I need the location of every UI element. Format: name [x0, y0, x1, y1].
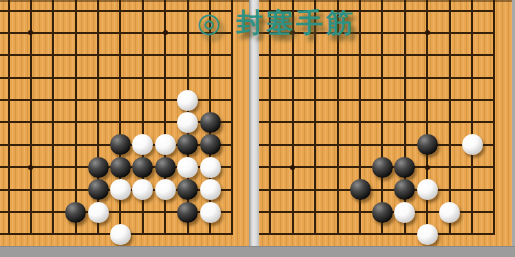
- intersection[interactable]: [326, 89, 348, 111]
- intersection[interactable]: [438, 156, 460, 178]
- intersection[interactable]: [259, 89, 281, 111]
- intersection[interactable]: [87, 44, 109, 66]
- intersection[interactable]: [349, 201, 371, 223]
- intersection[interactable]: [259, 44, 281, 66]
- grid-line-v: [30, 223, 32, 235]
- intersection[interactable]: [304, 111, 326, 133]
- intersection[interactable]: [483, 156, 505, 178]
- grid-line-v: [381, 111, 383, 133]
- intersection[interactable]: [132, 134, 154, 156]
- intersection[interactable]: [64, 0, 86, 22]
- intersection[interactable]: [416, 201, 438, 223]
- intersection[interactable]: [199, 134, 221, 156]
- intersection[interactable]: [0, 156, 20, 178]
- white-stone[interactable]: [200, 202, 221, 223]
- intersection[interactable]: [87, 89, 109, 111]
- intersection[interactable]: [438, 201, 460, 223]
- intersection[interactable]: [199, 66, 221, 88]
- intersection[interactable]: [438, 134, 460, 156]
- intersection[interactable]: [259, 201, 281, 223]
- intersection[interactable]: [109, 178, 131, 200]
- black-stone[interactable]: [155, 157, 176, 178]
- intersection[interactable]: [438, 22, 460, 44]
- intersection[interactable]: [349, 178, 371, 200]
- black-stone[interactable]: [350, 179, 371, 200]
- intersection[interactable]: [109, 156, 131, 178]
- intersection[interactable]: [109, 22, 131, 44]
- intersection[interactable]: [132, 44, 154, 66]
- black-stone[interactable]: [110, 134, 131, 155]
- intersection[interactable]: [282, 201, 304, 223]
- black-stone[interactable]: [88, 179, 109, 200]
- grid-line-v: [209, 223, 211, 235]
- black-stone[interactable]: [88, 157, 109, 178]
- intersection[interactable]: [371, 156, 393, 178]
- intersection[interactable]: [371, 0, 393, 22]
- intersection[interactable]: [42, 66, 64, 88]
- intersection[interactable]: [20, 66, 42, 88]
- intersection[interactable]: [20, 134, 42, 156]
- intersection[interactable]: [42, 178, 64, 200]
- intersection[interactable]: [154, 178, 176, 200]
- intersection[interactable]: [109, 134, 131, 156]
- intersection[interactable]: [176, 0, 198, 22]
- intersection[interactable]: [438, 44, 460, 66]
- intersection[interactable]: [483, 0, 505, 22]
- white-stone[interactable]: [155, 134, 176, 155]
- grid-line-v: [337, 66, 339, 88]
- intersection[interactable]: [483, 66, 505, 88]
- intersection[interactable]: [221, 178, 243, 200]
- intersection[interactable]: [282, 156, 304, 178]
- intersection[interactable]: [416, 22, 438, 44]
- intersection[interactable]: [64, 223, 86, 245]
- intersection[interactable]: [154, 111, 176, 133]
- intersection[interactable]: [109, 201, 131, 223]
- intersection[interactable]: [87, 156, 109, 178]
- intersection[interactable]: [326, 223, 348, 245]
- intersection[interactable]: [349, 156, 371, 178]
- intersection[interactable]: [483, 223, 505, 245]
- intersection[interactable]: [304, 223, 326, 245]
- intersection[interactable]: [483, 44, 505, 66]
- intersection[interactable]: [132, 178, 154, 200]
- intersection[interactable]: [154, 44, 176, 66]
- intersection[interactable]: [438, 66, 460, 88]
- intersection[interactable]: [304, 89, 326, 111]
- intersection[interactable]: [282, 44, 304, 66]
- intersection[interactable]: [87, 111, 109, 133]
- intersection[interactable]: [461, 66, 483, 88]
- intersection[interactable]: [259, 111, 281, 133]
- grid-line-v: [187, 44, 189, 66]
- intersection[interactable]: [371, 44, 393, 66]
- intersection[interactable]: [176, 134, 198, 156]
- intersection[interactable]: [42, 0, 64, 22]
- intersection[interactable]: [483, 89, 505, 111]
- intersection[interactable]: [0, 66, 20, 88]
- intersection[interactable]: [64, 134, 86, 156]
- intersection[interactable]: [221, 89, 243, 111]
- intersection[interactable]: [326, 66, 348, 88]
- intersection[interactable]: [394, 156, 416, 178]
- intersection[interactable]: [0, 134, 20, 156]
- intersection[interactable]: [483, 111, 505, 133]
- grid-line-v: [493, 223, 495, 235]
- grid-line-v: [75, 156, 77, 178]
- intersection[interactable]: [20, 44, 42, 66]
- intersection[interactable]: [87, 223, 109, 245]
- intersection[interactable]: [132, 111, 154, 133]
- black-stone[interactable]: [372, 157, 393, 178]
- intersection[interactable]: [438, 0, 460, 22]
- intersection[interactable]: [87, 201, 109, 223]
- intersection[interactable]: [154, 0, 176, 22]
- intersection[interactable]: [394, 44, 416, 66]
- intersection[interactable]: [282, 178, 304, 200]
- intersection[interactable]: [438, 89, 460, 111]
- intersection[interactable]: [42, 44, 64, 66]
- intersection[interactable]: [461, 89, 483, 111]
- intersection[interactable]: [132, 89, 154, 111]
- intersection[interactable]: [304, 178, 326, 200]
- intersection[interactable]: [326, 134, 348, 156]
- intersection[interactable]: [176, 223, 198, 245]
- intersection[interactable]: [371, 178, 393, 200]
- intersection[interactable]: [371, 66, 393, 88]
- intersection[interactable]: [349, 111, 371, 133]
- intersection[interactable]: [42, 223, 64, 245]
- intersection[interactable]: [64, 44, 86, 66]
- intersection[interactable]: [394, 111, 416, 133]
- intersection[interactable]: [132, 156, 154, 178]
- intersection[interactable]: [0, 89, 20, 111]
- intersection[interactable]: [304, 134, 326, 156]
- intersection[interactable]: [87, 178, 109, 200]
- intersection[interactable]: [349, 223, 371, 245]
- intersection[interactable]: [416, 178, 438, 200]
- intersection[interactable]: [64, 156, 86, 178]
- intersection[interactable]: [461, 223, 483, 245]
- intersection[interactable]: [20, 0, 42, 22]
- intersection[interactable]: [0, 201, 20, 223]
- intersection[interactable]: [349, 89, 371, 111]
- intersection[interactable]: [326, 111, 348, 133]
- intersection[interactable]: [416, 223, 438, 245]
- intersection[interactable]: [282, 111, 304, 133]
- intersection[interactable]: [42, 89, 64, 111]
- intersection[interactable]: [42, 111, 64, 133]
- grid-line-v: [449, 89, 451, 111]
- black-stone[interactable]: [394, 157, 415, 178]
- intersection[interactable]: [87, 22, 109, 44]
- intersection[interactable]: [394, 66, 416, 88]
- black-stone[interactable]: [394, 179, 415, 200]
- intersection[interactable]: [483, 201, 505, 223]
- grid-line-h: [0, 54, 20, 56]
- black-stone[interactable]: [177, 179, 198, 200]
- intersection[interactable]: [0, 111, 20, 133]
- intersection[interactable]: [349, 44, 371, 66]
- white-stone[interactable]: [110, 179, 131, 200]
- intersection[interactable]: [461, 111, 483, 133]
- grid-line-v: [30, 134, 32, 156]
- intersection[interactable]: [20, 223, 42, 245]
- white-stone[interactable]: [177, 157, 198, 178]
- intersection[interactable]: [394, 134, 416, 156]
- intersection[interactable]: [394, 22, 416, 44]
- grid-line-h: [0, 144, 20, 146]
- intersection[interactable]: [394, 178, 416, 200]
- intersection[interactable]: [154, 89, 176, 111]
- black-stone[interactable]: [65, 202, 86, 223]
- black-stone[interactable]: [372, 202, 393, 223]
- intersection[interactable]: [20, 156, 42, 178]
- intersection[interactable]: [154, 223, 176, 245]
- intersection[interactable]: [176, 178, 198, 200]
- grid-line-v: [269, 66, 271, 88]
- intersection[interactable]: [20, 22, 42, 44]
- grid-line-v: [359, 89, 361, 111]
- white-stone[interactable]: [439, 202, 460, 223]
- intersection[interactable]: [87, 66, 109, 88]
- white-stone[interactable]: [200, 179, 221, 200]
- intersection[interactable]: [109, 111, 131, 133]
- intersection[interactable]: [132, 0, 154, 22]
- grid-line-v: [314, 178, 316, 200]
- intersection[interactable]: [259, 178, 281, 200]
- intersection[interactable]: [199, 223, 221, 245]
- intersection[interactable]: [438, 111, 460, 133]
- white-stone[interactable]: [417, 224, 438, 245]
- intersection[interactable]: [483, 134, 505, 156]
- intersection[interactable]: [199, 201, 221, 223]
- intersection[interactable]: [154, 201, 176, 223]
- intersection[interactable]: [259, 156, 281, 178]
- intersection[interactable]: [176, 22, 198, 44]
- black-stone[interactable]: [132, 157, 153, 178]
- intersection[interactable]: [154, 156, 176, 178]
- intersection[interactable]: [199, 44, 221, 66]
- intersection[interactable]: [199, 89, 221, 111]
- star-point: [425, 30, 430, 35]
- intersection[interactable]: [132, 66, 154, 88]
- grid-line-v: [449, 0, 451, 22]
- intersection[interactable]: [20, 89, 42, 111]
- intersection[interactable]: [461, 44, 483, 66]
- intersection[interactable]: [326, 156, 348, 178]
- intersection[interactable]: [0, 178, 20, 200]
- intersection[interactable]: [42, 134, 64, 156]
- intersection[interactable]: [304, 156, 326, 178]
- intersection[interactable]: [282, 134, 304, 156]
- intersection[interactable]: [416, 89, 438, 111]
- intersection[interactable]: [221, 201, 243, 223]
- intersection[interactable]: [438, 223, 460, 245]
- intersection[interactable]: [221, 223, 243, 245]
- intersection[interactable]: [154, 134, 176, 156]
- intersection[interactable]: [154, 22, 176, 44]
- grid-line-h: [0, 166, 20, 168]
- intersection[interactable]: [176, 201, 198, 223]
- intersection[interactable]: [64, 89, 86, 111]
- intersection[interactable]: [371, 134, 393, 156]
- intersection[interactable]: [304, 66, 326, 88]
- white-stone[interactable]: [88, 202, 109, 223]
- intersection[interactable]: [349, 134, 371, 156]
- intersection[interactable]: [371, 223, 393, 245]
- intersection[interactable]: [461, 134, 483, 156]
- intersection[interactable]: [416, 134, 438, 156]
- intersection[interactable]: [461, 178, 483, 200]
- intersection[interactable]: [416, 0, 438, 22]
- intersection[interactable]: [64, 178, 86, 200]
- grid-line-v: [97, 0, 99, 22]
- grid-line-v: [164, 89, 166, 111]
- intersection[interactable]: [109, 223, 131, 245]
- grid-line-v: [52, 66, 54, 88]
- grid-line-v: [52, 22, 54, 44]
- intersection[interactable]: [176, 44, 198, 66]
- intersection[interactable]: [326, 178, 348, 200]
- intersection[interactable]: [394, 223, 416, 245]
- white-stone[interactable]: [155, 179, 176, 200]
- intersection[interactable]: [483, 22, 505, 44]
- screenshot-root: ◎ 封塞手筋: [0, 0, 515, 257]
- white-stone[interactable]: [132, 134, 153, 155]
- black-stone[interactable]: [417, 134, 438, 155]
- intersection[interactable]: [221, 111, 243, 133]
- intersection[interactable]: [304, 44, 326, 66]
- star-point: [28, 30, 33, 35]
- intersection[interactable]: [221, 156, 243, 178]
- intersection[interactable]: [259, 223, 281, 245]
- intersection[interactable]: [394, 89, 416, 111]
- grid-line-v: [471, 22, 473, 44]
- intersection[interactable]: [87, 134, 109, 156]
- intersection[interactable]: [416, 111, 438, 133]
- white-stone[interactable]: [417, 179, 438, 200]
- intersection[interactable]: [132, 201, 154, 223]
- black-stone[interactable]: [110, 157, 131, 178]
- intersection[interactable]: [132, 22, 154, 44]
- intersection[interactable]: [0, 223, 20, 245]
- intersection[interactable]: [371, 111, 393, 133]
- intersection[interactable]: [282, 66, 304, 88]
- intersection[interactable]: [20, 201, 42, 223]
- intersection[interactable]: [109, 44, 131, 66]
- intersection[interactable]: [416, 44, 438, 66]
- intersection[interactable]: [394, 201, 416, 223]
- intersection[interactable]: [199, 178, 221, 200]
- intersection[interactable]: [326, 44, 348, 66]
- white-stone[interactable]: [110, 224, 131, 245]
- intersection[interactable]: [483, 178, 505, 200]
- intersection[interactable]: [64, 66, 86, 88]
- intersection[interactable]: [109, 0, 131, 22]
- grid-line-v: [8, 66, 10, 88]
- intersection[interactable]: [416, 66, 438, 88]
- intersection[interactable]: [438, 178, 460, 200]
- intersection[interactable]: [221, 44, 243, 66]
- intersection[interactable]: [0, 22, 20, 44]
- grid-line-v: [381, 0, 383, 22]
- intersection[interactable]: [371, 89, 393, 111]
- intersection[interactable]: [416, 156, 438, 178]
- intersection[interactable]: [176, 156, 198, 178]
- black-stone[interactable]: [200, 134, 221, 155]
- intersection[interactable]: [132, 223, 154, 245]
- grid-line-v: [187, 0, 189, 22]
- intersection[interactable]: [259, 66, 281, 88]
- intersection[interactable]: [461, 22, 483, 44]
- intersection[interactable]: [326, 201, 348, 223]
- white-stone[interactable]: [394, 202, 415, 223]
- grid-line-v: [97, 111, 99, 133]
- intersection[interactable]: [87, 0, 109, 22]
- intersection[interactable]: [221, 66, 243, 88]
- black-stone[interactable]: [177, 202, 198, 223]
- intersection[interactable]: [304, 201, 326, 223]
- intersection[interactable]: [0, 0, 20, 22]
- intersection[interactable]: [64, 201, 86, 223]
- intersection[interactable]: [259, 134, 281, 156]
- grid-line-v: [231, 201, 233, 223]
- black-stone[interactable]: [200, 112, 221, 133]
- intersection[interactable]: [199, 111, 221, 133]
- grid-line-v: [119, 66, 121, 88]
- intersection[interactable]: [176, 89, 198, 111]
- intersection[interactable]: [154, 66, 176, 88]
- white-stone[interactable]: [177, 112, 198, 133]
- intersection[interactable]: [20, 111, 42, 133]
- intersection[interactable]: [282, 89, 304, 111]
- intersection[interactable]: [176, 66, 198, 88]
- intersection[interactable]: [42, 22, 64, 44]
- intersection[interactable]: [461, 156, 483, 178]
- intersection[interactable]: [394, 0, 416, 22]
- intersection[interactable]: [42, 156, 64, 178]
- white-stone[interactable]: [462, 134, 483, 155]
- grid-line-v: [164, 44, 166, 66]
- intersection[interactable]: [461, 0, 483, 22]
- intersection[interactable]: [461, 201, 483, 223]
- intersection[interactable]: [221, 134, 243, 156]
- grid-line-v: [52, 156, 54, 178]
- intersection[interactable]: [42, 201, 64, 223]
- grid-line-v: [426, 0, 428, 22]
- white-stone[interactable]: [177, 90, 198, 111]
- intersection[interactable]: [199, 156, 221, 178]
- intersection[interactable]: [109, 66, 131, 88]
- white-stone[interactable]: [132, 179, 153, 200]
- intersection[interactable]: [64, 22, 86, 44]
- grid-line-v: [269, 111, 271, 133]
- intersection[interactable]: [282, 223, 304, 245]
- intersection[interactable]: [0, 44, 20, 66]
- intersection[interactable]: [371, 22, 393, 44]
- grid-line-v: [269, 223, 271, 235]
- intersection[interactable]: [64, 111, 86, 133]
- black-stone[interactable]: [177, 134, 198, 155]
- intersection[interactable]: [371, 201, 393, 223]
- intersection[interactable]: [20, 178, 42, 200]
- white-stone[interactable]: [200, 157, 221, 178]
- intersection[interactable]: [176, 111, 198, 133]
- grid-line-v: [337, 89, 339, 111]
- intersection[interactable]: [109, 89, 131, 111]
- intersection[interactable]: [349, 66, 371, 88]
